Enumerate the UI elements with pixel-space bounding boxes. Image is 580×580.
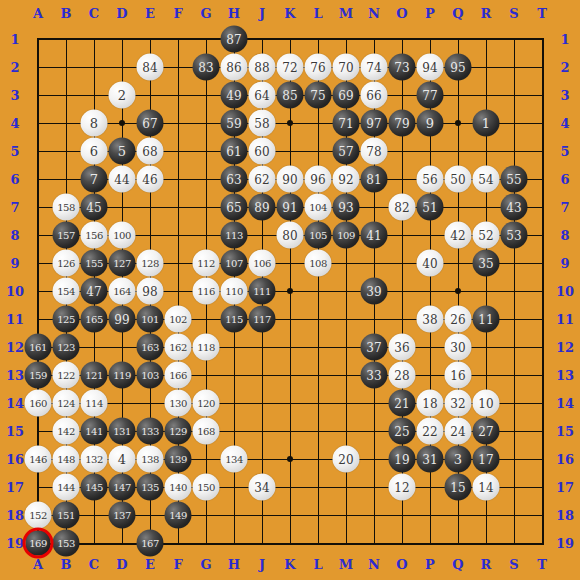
stone-white-68: 68	[137, 138, 164, 165]
stone-white-96: 96	[305, 166, 332, 193]
stone-white-124: 124	[53, 390, 80, 417]
coord-label-top-o: O	[396, 7, 407, 20]
coord-label-bottom-f: F	[173, 558, 182, 571]
stone-white-80: 80	[277, 222, 304, 249]
stone-black-117: 117	[249, 306, 276, 333]
coord-label-bottom-q: Q	[452, 558, 463, 571]
coord-label-left-1: 1	[10, 33, 19, 46]
coord-label-left-4: 4	[10, 117, 19, 130]
stone-white-34: 34	[249, 474, 276, 501]
stone-black-149: 149	[165, 502, 192, 529]
stone-black-49: 49	[221, 82, 248, 109]
coord-label-bottom-p: P	[425, 558, 435, 571]
stone-black-159: 159	[25, 362, 52, 389]
stone-black-119: 119	[109, 362, 136, 389]
coord-label-right-7: 7	[560, 201, 569, 214]
coord-label-right-5: 5	[560, 145, 569, 158]
stone-black-17: 17	[473, 446, 500, 473]
coord-label-bottom-l: L	[313, 558, 322, 571]
stone-black-53: 53	[501, 222, 528, 249]
stone-black-5: 5	[109, 138, 136, 165]
stone-white-130: 130	[165, 390, 192, 417]
coord-label-bottom-k: K	[284, 558, 295, 571]
stone-white-60: 60	[249, 138, 276, 165]
coord-label-top-p: P	[425, 7, 435, 20]
stone-white-8: 8	[81, 110, 108, 137]
stone-white-156: 156	[81, 222, 108, 249]
coord-label-right-4: 4	[560, 117, 569, 130]
stone-white-128: 128	[137, 250, 164, 277]
stone-black-163: 163	[137, 334, 164, 361]
stone-white-22: 22	[417, 418, 444, 445]
stone-white-18: 18	[417, 390, 444, 417]
stone-white-52: 52	[473, 222, 500, 249]
stone-black-69: 69	[333, 82, 360, 109]
stone-white-138: 138	[137, 446, 164, 473]
coord-label-left-10: 10	[6, 285, 24, 298]
coord-label-top-r: R	[481, 7, 492, 20]
coord-label-top-n: N	[368, 7, 380, 20]
stone-black-77: 77	[417, 82, 444, 109]
coord-label-left-12: 12	[6, 341, 24, 354]
stone-black-57: 57	[333, 138, 360, 165]
stone-white-46: 46	[137, 166, 164, 193]
coord-label-bottom-a: A	[33, 558, 43, 571]
stone-black-15: 15	[445, 474, 472, 501]
stone-black-11: 11	[473, 306, 500, 333]
coord-label-right-3: 3	[560, 89, 569, 102]
stone-white-82: 82	[389, 194, 416, 221]
coord-label-bottom-r: R	[481, 558, 492, 571]
stone-white-94: 94	[417, 54, 444, 81]
coord-label-right-11: 11	[556, 313, 574, 326]
coord-label-top-j: J	[259, 7, 265, 20]
coord-label-bottom-e: E	[145, 558, 155, 571]
stone-black-161: 161	[25, 334, 52, 361]
stone-black-25: 25	[389, 418, 416, 445]
coord-label-left-5: 5	[10, 145, 19, 158]
coord-label-top-c: C	[89, 7, 99, 20]
stone-white-58: 58	[249, 110, 276, 137]
coord-label-right-12: 12	[556, 341, 574, 354]
stone-black-55: 55	[501, 166, 528, 193]
stone-black-59: 59	[221, 110, 248, 137]
stone-black-71: 71	[333, 110, 360, 137]
stone-black-33: 33	[361, 362, 388, 389]
stone-black-21: 21	[389, 390, 416, 417]
star-point-q4	[455, 120, 461, 126]
stone-white-36: 36	[389, 334, 416, 361]
stone-white-98: 98	[137, 278, 164, 305]
stone-white-28: 28	[389, 362, 416, 389]
stone-white-86: 86	[221, 54, 248, 81]
stone-black-47: 47	[81, 278, 108, 305]
stone-black-7: 7	[81, 166, 108, 193]
stone-white-10: 10	[473, 390, 500, 417]
stone-black-151: 151	[53, 502, 80, 529]
stone-black-87: 87	[221, 26, 248, 53]
stone-black-123: 123	[53, 334, 80, 361]
stone-white-84: 84	[137, 54, 164, 81]
last-move-stone-black-169: 169	[23, 528, 54, 559]
stone-white-110: 110	[221, 278, 248, 305]
stone-black-85: 85	[277, 82, 304, 109]
stone-black-139: 139	[165, 446, 192, 473]
stone-white-134: 134	[221, 446, 248, 473]
stone-black-89: 89	[249, 194, 276, 221]
stone-white-20: 20	[333, 446, 360, 473]
stone-black-39: 39	[361, 278, 388, 305]
stone-black-113: 113	[221, 222, 248, 249]
stone-white-152: 152	[25, 502, 52, 529]
stone-black-37: 37	[361, 334, 388, 361]
coord-label-bottom-m: M	[339, 558, 353, 571]
stone-black-93: 93	[333, 194, 360, 221]
coord-label-right-2: 2	[560, 61, 569, 74]
coord-label-left-13: 13	[6, 369, 24, 382]
coord-label-top-d: D	[116, 7, 127, 20]
stone-black-63: 63	[221, 166, 248, 193]
stone-black-109: 109	[333, 222, 360, 249]
stone-black-61: 61	[221, 138, 248, 165]
stone-white-2: 2	[109, 82, 136, 109]
stone-white-90: 90	[277, 166, 304, 193]
coord-label-top-f: F	[173, 7, 182, 20]
stone-white-160: 160	[25, 390, 52, 417]
coord-label-bottom-g: G	[200, 558, 211, 571]
coord-label-left-7: 7	[10, 201, 19, 214]
stone-white-54: 54	[473, 166, 500, 193]
stone-white-106: 106	[249, 250, 276, 277]
stone-white-44: 44	[109, 166, 136, 193]
stone-black-79: 79	[389, 110, 416, 137]
stone-white-144: 144	[53, 474, 80, 501]
stone-black-35: 35	[473, 250, 500, 277]
coord-label-right-10: 10	[556, 285, 574, 298]
stone-white-158: 158	[53, 194, 80, 221]
stone-black-45: 45	[81, 194, 108, 221]
stone-black-153: 153	[53, 530, 80, 557]
coord-label-top-b: B	[61, 7, 72, 20]
coord-label-right-17: 17	[556, 481, 574, 494]
coord-label-bottom-t: T	[537, 558, 547, 571]
stone-white-64: 64	[249, 82, 276, 109]
coord-label-right-13: 13	[556, 369, 574, 382]
stone-black-43: 43	[501, 194, 528, 221]
stone-white-56: 56	[417, 166, 444, 193]
coord-label-bottom-d: D	[116, 558, 127, 571]
coord-label-bottom-o: O	[396, 558, 407, 571]
coord-label-right-14: 14	[556, 397, 574, 410]
coord-label-bottom-b: B	[61, 558, 72, 571]
stone-black-3: 3	[445, 446, 472, 473]
stone-black-91: 91	[277, 194, 304, 221]
stone-white-42: 42	[445, 222, 472, 249]
stone-black-105: 105	[305, 222, 332, 249]
stone-black-27: 27	[473, 418, 500, 445]
stone-black-165: 165	[81, 306, 108, 333]
stone-black-99: 99	[109, 306, 136, 333]
stone-white-6: 6	[81, 138, 108, 165]
coord-label-top-k: K	[284, 7, 295, 20]
stone-white-122: 122	[53, 362, 80, 389]
coord-label-right-15: 15	[556, 425, 574, 438]
coord-label-bottom-s: S	[509, 558, 518, 571]
coord-label-bottom-c: C	[89, 558, 99, 571]
coord-label-top-l: L	[313, 7, 322, 20]
stone-white-112: 112	[193, 250, 220, 277]
stone-black-155: 155	[81, 250, 108, 277]
coord-label-top-m: M	[339, 7, 353, 20]
star-point-q10	[455, 288, 461, 294]
stone-black-111: 111	[249, 278, 276, 305]
coord-label-right-8: 8	[560, 229, 569, 242]
stone-white-114: 114	[81, 390, 108, 417]
coord-label-right-6: 6	[560, 173, 569, 186]
stone-black-141: 141	[81, 418, 108, 445]
stone-white-164: 164	[109, 278, 136, 305]
stone-white-24: 24	[445, 418, 472, 445]
stone-black-137: 137	[109, 502, 136, 529]
stone-white-30: 30	[445, 334, 472, 361]
star-point-k10	[287, 288, 293, 294]
star-point-d4	[119, 120, 125, 126]
stone-white-32: 32	[445, 390, 472, 417]
stone-black-83: 83	[193, 54, 220, 81]
stone-white-16: 16	[445, 362, 472, 389]
stone-white-116: 116	[193, 278, 220, 305]
stone-white-88: 88	[249, 54, 276, 81]
coord-label-left-17: 17	[6, 481, 24, 494]
stone-black-75: 75	[305, 82, 332, 109]
stone-white-50: 50	[445, 166, 472, 193]
stone-black-65: 65	[221, 194, 248, 221]
coord-label-right-9: 9	[560, 257, 569, 270]
stone-white-142: 142	[53, 418, 80, 445]
stone-white-166: 166	[165, 362, 192, 389]
stone-white-148: 148	[53, 446, 80, 473]
stone-white-132: 132	[81, 446, 108, 473]
coord-label-top-q: Q	[452, 7, 463, 20]
stone-black-115: 115	[221, 306, 248, 333]
stone-black-31: 31	[417, 446, 444, 473]
stone-white-120: 120	[193, 390, 220, 417]
stone-white-100: 100	[109, 222, 136, 249]
coord-label-top-g: G	[200, 7, 211, 20]
coord-label-left-19: 19	[6, 537, 24, 550]
stone-white-104: 104	[305, 194, 332, 221]
stone-black-67: 67	[137, 110, 164, 137]
coord-label-top-t: T	[537, 7, 547, 20]
stone-white-76: 76	[305, 54, 332, 81]
coord-label-bottom-h: H	[228, 558, 240, 571]
stone-white-146: 146	[25, 446, 52, 473]
coord-label-left-2: 2	[10, 61, 19, 74]
stone-white-40: 40	[417, 250, 444, 277]
stone-white-154: 154	[53, 278, 80, 305]
stone-black-167: 167	[137, 530, 164, 557]
stone-white-72: 72	[277, 54, 304, 81]
coord-label-right-19: 19	[556, 537, 574, 550]
stone-black-97: 97	[361, 110, 388, 137]
stone-white-38: 38	[417, 306, 444, 333]
coord-label-bottom-n: N	[368, 558, 380, 571]
stone-black-131: 131	[109, 418, 136, 445]
stone-black-41: 41	[361, 222, 388, 249]
stone-black-147: 147	[109, 474, 136, 501]
coord-label-top-s: S	[509, 7, 518, 20]
stone-black-129: 129	[165, 418, 192, 445]
stone-white-118: 118	[193, 334, 220, 361]
coord-label-left-16: 16	[6, 453, 24, 466]
coord-label-right-16: 16	[556, 453, 574, 466]
stone-white-74: 74	[361, 54, 388, 81]
coord-label-left-8: 8	[10, 229, 19, 242]
stone-black-127: 127	[109, 250, 136, 277]
coord-label-left-15: 15	[6, 425, 24, 438]
coord-label-left-9: 9	[10, 257, 19, 270]
stone-white-168: 168	[193, 418, 220, 445]
stone-white-140: 140	[165, 474, 192, 501]
stone-white-150: 150	[193, 474, 220, 501]
stone-white-78: 78	[361, 138, 388, 165]
coord-label-bottom-j: J	[259, 558, 265, 571]
star-point-k4	[287, 120, 293, 126]
stone-black-125: 125	[53, 306, 80, 333]
stone-black-121: 121	[81, 362, 108, 389]
coord-label-left-3: 3	[10, 89, 19, 102]
stone-white-108: 108	[305, 250, 332, 277]
stone-black-95: 95	[445, 54, 472, 81]
stone-white-62: 62	[249, 166, 276, 193]
stone-black-1: 1	[473, 110, 500, 137]
stone-black-133: 133	[137, 418, 164, 445]
stone-white-26: 26	[445, 306, 472, 333]
stone-white-70: 70	[333, 54, 360, 81]
stone-black-9: 9	[417, 110, 444, 137]
stone-black-145: 145	[81, 474, 108, 501]
stone-black-101: 101	[137, 306, 164, 333]
coord-label-left-14: 14	[6, 397, 24, 410]
stone-white-102: 102	[165, 306, 192, 333]
stone-black-103: 103	[137, 362, 164, 389]
coord-label-right-18: 18	[556, 509, 574, 522]
stone-black-81: 81	[361, 166, 388, 193]
stone-black-157: 157	[53, 222, 80, 249]
stone-white-126: 126	[53, 250, 80, 277]
coord-label-top-a: A	[33, 7, 43, 20]
stone-black-73: 73	[389, 54, 416, 81]
stone-black-51: 51	[417, 194, 444, 221]
coord-label-left-6: 6	[10, 173, 19, 186]
star-point-k16	[287, 456, 293, 462]
go-kifu-diagram: AABBCCDDEEFFGGHHJJKKLLMMNNOOPPQQRRSSTT11…	[0, 0, 580, 580]
stone-white-14: 14	[473, 474, 500, 501]
stone-black-19: 19	[389, 446, 416, 473]
stone-white-162: 162	[165, 334, 192, 361]
stone-white-4: 4	[109, 446, 136, 473]
stone-white-12: 12	[389, 474, 416, 501]
stone-white-92: 92	[333, 166, 360, 193]
coord-label-left-18: 18	[6, 509, 24, 522]
stone-black-135: 135	[137, 474, 164, 501]
stone-white-66: 66	[361, 82, 388, 109]
coord-label-top-h: H	[228, 7, 240, 20]
coord-label-left-11: 11	[6, 313, 24, 326]
stone-black-107: 107	[221, 250, 248, 277]
coord-label-top-e: E	[145, 7, 155, 20]
coord-label-right-1: 1	[560, 33, 569, 46]
